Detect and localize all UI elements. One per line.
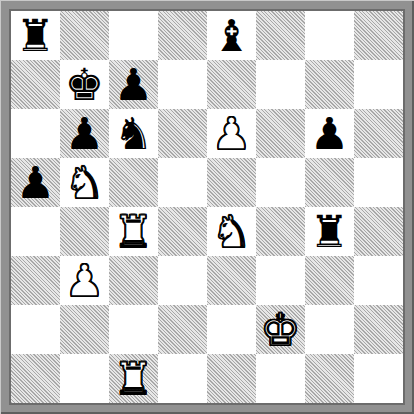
white-knight-e4[interactable]: ♞	[207, 207, 256, 256]
square-f4[interactable]	[256, 207, 305, 256]
chess-board: ♜♝♚♟♟♞♟♟♟♞♜♞♜♟♚♜	[9, 9, 405, 405]
square-e7[interactable]	[207, 60, 256, 109]
square-a1[interactable]	[11, 354, 60, 403]
square-b3[interactable]: ♟	[60, 256, 109, 305]
square-h1[interactable]	[354, 354, 403, 403]
square-d4[interactable]	[158, 207, 207, 256]
black-king-b7[interactable]: ♚	[60, 60, 109, 109]
square-g7[interactable]	[305, 60, 354, 109]
square-a4[interactable]	[11, 207, 60, 256]
square-b5[interactable]: ♞	[60, 158, 109, 207]
square-c1[interactable]: ♜	[109, 354, 158, 403]
board-frame: ♜♝♚♟♟♞♟♟♟♞♜♞♜♟♚♜	[0, 0, 414, 414]
square-e1[interactable]	[207, 354, 256, 403]
square-c5[interactable]	[109, 158, 158, 207]
square-e5[interactable]	[207, 158, 256, 207]
square-b6[interactable]: ♟	[60, 109, 109, 158]
square-c3[interactable]	[109, 256, 158, 305]
square-h5[interactable]	[354, 158, 403, 207]
square-c8[interactable]	[109, 11, 158, 60]
square-d3[interactable]	[158, 256, 207, 305]
square-b1[interactable]	[60, 354, 109, 403]
square-h8[interactable]	[354, 11, 403, 60]
square-f1[interactable]	[256, 354, 305, 403]
square-a5[interactable]: ♟	[11, 158, 60, 207]
black-pawn-a5[interactable]: ♟	[11, 158, 60, 207]
square-c4[interactable]: ♜	[109, 207, 158, 256]
square-g8[interactable]	[305, 11, 354, 60]
square-f6[interactable]	[256, 109, 305, 158]
square-h6[interactable]	[354, 109, 403, 158]
square-d7[interactable]	[158, 60, 207, 109]
square-f2[interactable]: ♚	[256, 305, 305, 354]
square-g2[interactable]	[305, 305, 354, 354]
square-f5[interactable]	[256, 158, 305, 207]
white-rook-c4[interactable]: ♜	[109, 207, 158, 256]
square-d2[interactable]	[158, 305, 207, 354]
square-f3[interactable]	[256, 256, 305, 305]
white-pawn-b3[interactable]: ♟	[60, 256, 109, 305]
square-d1[interactable]	[158, 354, 207, 403]
square-b2[interactable]	[60, 305, 109, 354]
black-pawn-b6[interactable]: ♟	[60, 109, 109, 158]
square-c2[interactable]	[109, 305, 158, 354]
white-rook-c1[interactable]: ♜	[109, 354, 158, 403]
square-c6[interactable]: ♞	[109, 109, 158, 158]
square-g3[interactable]	[305, 256, 354, 305]
square-d6[interactable]	[158, 109, 207, 158]
square-g4[interactable]: ♜	[305, 207, 354, 256]
square-g1[interactable]	[305, 354, 354, 403]
square-h2[interactable]	[354, 305, 403, 354]
square-f7[interactable]	[256, 60, 305, 109]
square-g6[interactable]: ♟	[305, 109, 354, 158]
black-rook-g4[interactable]: ♜	[305, 207, 354, 256]
square-b8[interactable]	[60, 11, 109, 60]
square-b7[interactable]: ♚	[60, 60, 109, 109]
square-b4[interactable]	[60, 207, 109, 256]
square-e2[interactable]	[207, 305, 256, 354]
square-a2[interactable]	[11, 305, 60, 354]
square-d8[interactable]	[158, 11, 207, 60]
square-a6[interactable]	[11, 109, 60, 158]
square-h7[interactable]	[354, 60, 403, 109]
square-e6[interactable]: ♟	[207, 109, 256, 158]
square-a7[interactable]	[11, 60, 60, 109]
square-e3[interactable]	[207, 256, 256, 305]
square-a8[interactable]: ♜	[11, 11, 60, 60]
square-a3[interactable]	[11, 256, 60, 305]
black-rook-a8[interactable]: ♜	[11, 11, 60, 60]
black-pawn-g6[interactable]: ♟	[305, 109, 354, 158]
square-h4[interactable]	[354, 207, 403, 256]
white-pawn-e6[interactable]: ♟	[207, 109, 256, 158]
black-pawn-c7[interactable]: ♟	[109, 60, 158, 109]
square-e8[interactable]: ♝	[207, 11, 256, 60]
square-f8[interactable]	[256, 11, 305, 60]
white-knight-b5[interactable]: ♞	[60, 158, 109, 207]
square-h3[interactable]	[354, 256, 403, 305]
white-king-f2[interactable]: ♚	[256, 305, 305, 354]
square-c7[interactable]: ♟	[109, 60, 158, 109]
square-g5[interactable]	[305, 158, 354, 207]
square-d5[interactable]	[158, 158, 207, 207]
square-e4[interactable]: ♞	[207, 207, 256, 256]
black-bishop-e8[interactable]: ♝	[207, 11, 256, 60]
black-knight-c6[interactable]: ♞	[109, 109, 158, 158]
